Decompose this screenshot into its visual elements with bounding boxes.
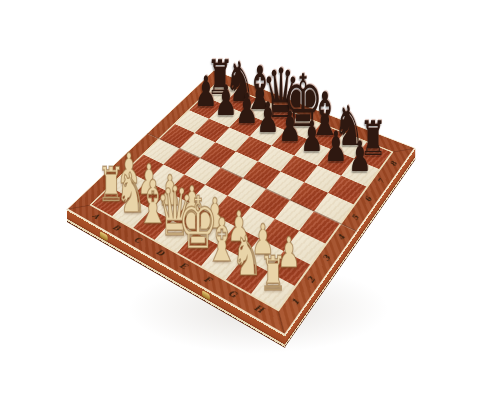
frame-miter-joint bbox=[213, 70, 217, 82]
product-photo: ABCDEFGH 87654321 ♜♞♝♛♚♝♞♜♟♟♟♟♟♟♟♟♟♟♟♟♟♟… bbox=[0, 0, 500, 400]
brass-clasp-icon bbox=[202, 290, 210, 301]
brass-clasp-icon bbox=[100, 231, 108, 242]
frame-miter-joint bbox=[393, 148, 415, 152]
frame-miter-joint bbox=[278, 311, 285, 335]
